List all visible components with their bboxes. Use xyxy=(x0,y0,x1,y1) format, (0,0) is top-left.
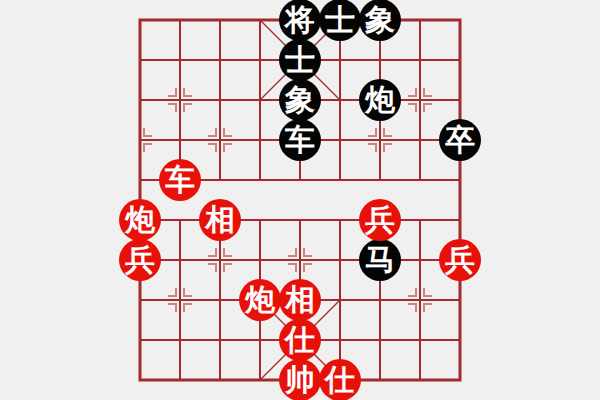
piece-black-advisor[interactable]: 士 xyxy=(279,39,321,81)
piece-black-cannon[interactable]: 炮 xyxy=(359,79,401,121)
piece-red-soldier[interactable]: 兵 xyxy=(439,239,481,281)
piece-red-soldier[interactable]: 兵 xyxy=(359,199,401,241)
piece-red-cannon[interactable]: 炮 xyxy=(239,279,281,321)
piece-red-cannon[interactable]: 炮 xyxy=(119,199,161,241)
pieces-grid: 将士象士象炮车卒马车炮相兵兵兵炮相仕帅仕 xyxy=(120,0,480,400)
xiangqi-app: 将士象士象炮车卒马车炮相兵兵兵炮相仕帅仕 xyxy=(0,0,600,400)
piece-black-horse[interactable]: 马 xyxy=(359,239,401,281)
piece-black-elephant[interactable]: 象 xyxy=(359,0,401,41)
piece-red-advisor[interactable]: 仕 xyxy=(279,319,321,361)
piece-red-elephant[interactable]: 相 xyxy=(279,279,321,321)
piece-red-advisor[interactable]: 仕 xyxy=(319,359,361,400)
piece-black-soldier[interactable]: 卒 xyxy=(439,119,481,161)
piece-black-advisor[interactable]: 士 xyxy=(319,0,361,41)
piece-red-elephant[interactable]: 相 xyxy=(199,199,241,241)
piece-red-general[interactable]: 帅 xyxy=(279,359,321,400)
piece-black-elephant[interactable]: 象 xyxy=(279,79,321,121)
piece-red-soldier[interactable]: 兵 xyxy=(119,239,161,281)
piece-red-chariot[interactable]: 车 xyxy=(159,159,201,201)
piece-black-chariot[interactable]: 车 xyxy=(279,119,321,161)
piece-black-general[interactable]: 将 xyxy=(279,0,321,41)
